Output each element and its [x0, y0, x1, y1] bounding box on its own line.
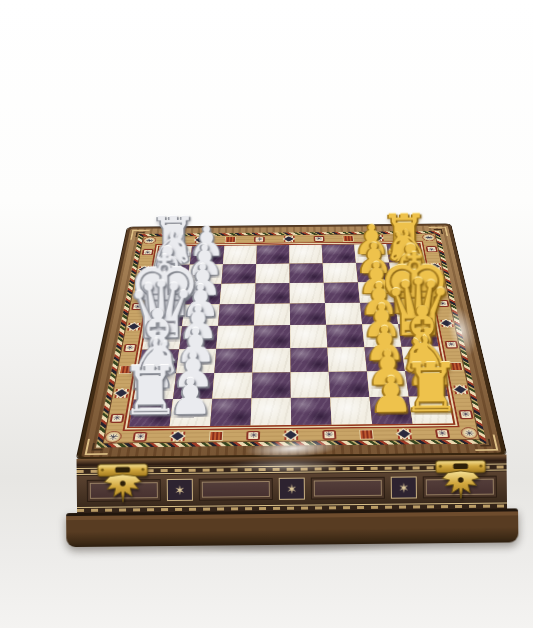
diamond-tile	[440, 320, 454, 328]
checkerboard: ♜♟♟♜♞♟♟♞♝♟♟♝♚♟♟♚♛♟♟♛♝♟♟♝♞♟♟♞♜♟♟♜	[129, 244, 453, 427]
square-g5[interactable]	[289, 263, 323, 283]
square-d5[interactable]	[290, 325, 327, 348]
diamond-tile	[171, 431, 186, 441]
glare-highlight	[227, 457, 347, 474]
rosette-corner-tile: ✳	[422, 234, 436, 241]
star-inlay-tile: ✶	[279, 478, 305, 500]
redwood-tile	[224, 237, 235, 243]
diamond-tile	[195, 237, 206, 243]
rosette-corner-tile: ✳	[460, 427, 479, 439]
square-a5[interactable]	[291, 397, 332, 425]
piece-black-pawn[interactable]: ♟	[357, 365, 424, 415]
redwood-tile	[134, 284, 147, 291]
rosette-tile: ✳	[165, 237, 177, 243]
redwood-tile	[209, 431, 223, 441]
brass-latch-right	[433, 458, 489, 505]
square-c5[interactable]	[290, 348, 328, 373]
rosette-tile: ✳	[246, 430, 260, 440]
square-f5[interactable]	[290, 283, 325, 304]
photo-background: ✳✳✳✳ ✳✳✳✳ ✳✳✳✳ ✳✳✳✳ ✳ ✳ ✳ ✳ ♜♟♟♜♞♟♟♞♝♟♟♝…	[0, 0, 533, 628]
board-top: ✳✳✳✳ ✳✳✳✳ ✳✳✳✳ ✳✳✳✳ ✳ ✳ ✳ ✳ ♜♟♟♜♞♟♟♞♝♟♟♝…	[77, 224, 507, 460]
square-b5[interactable]	[291, 372, 331, 398]
rosette-tile: ✳	[131, 303, 144, 310]
redwood-tile	[118, 366, 132, 374]
redwood-tile	[448, 362, 462, 370]
rosette-tile: ✳	[425, 246, 437, 252]
diamond-tile	[453, 385, 468, 394]
rosette-tile: ✳	[133, 432, 148, 442]
diamond-tile	[397, 429, 412, 439]
rosette-tile: ✳	[434, 429, 449, 439]
diamond-tile	[114, 389, 129, 398]
inlay-panel	[199, 478, 273, 501]
square-h5[interactable]	[289, 245, 322, 264]
star-inlay-tile: ✶	[167, 479, 193, 501]
redwood-tile	[359, 429, 374, 439]
star-inlay-tile: ✶	[391, 476, 417, 498]
square-b4[interactable]	[252, 372, 291, 398]
rosette-tile: ✳	[141, 249, 153, 255]
rosette-tile: ✳	[402, 235, 414, 241]
square-e4[interactable]	[254, 303, 290, 325]
diamond-tile	[127, 323, 140, 331]
rosette-tile: ✳	[444, 340, 458, 348]
rosette-tile: ✳	[254, 236, 265, 242]
diamond-tile	[429, 263, 441, 269]
rosette-tile: ✳	[436, 300, 449, 307]
rosette-tile: ✳	[313, 236, 324, 242]
rosette-tile: ✳	[123, 344, 137, 352]
board-scene: ✳✳✳✳ ✳✳✳✳ ✳✳✳✳ ✳✳✳✳ ✳ ✳ ✳ ✳ ♜♟♟♜♞♟♟♞♝♟♟♝…	[72, 26, 506, 460]
square-d4[interactable]	[253, 325, 290, 348]
square-a4[interactable]	[251, 398, 292, 426]
brass-latch-left	[95, 461, 151, 508]
redwood-tile	[432, 281, 445, 288]
diamond-tile	[284, 430, 298, 440]
rosette-tile: ✳	[109, 413, 124, 422]
inlay-panel	[311, 477, 385, 500]
diamond-tile	[138, 266, 150, 273]
diamond-tile	[284, 236, 295, 242]
diamond-tile	[372, 235, 384, 241]
square-e5[interactable]	[290, 303, 326, 325]
square-g4[interactable]	[256, 264, 290, 284]
chess-box: ✳✳✳✳ ✳✳✳✳ ✳✳✳✳ ✳✳✳✳ ✳ ✳ ✳ ✳ ♜♟♟♜♞♟♟♞♝♟♟♝…	[0, 0, 533, 628]
box-front-panel: ✶ ✶ ✶	[77, 454, 508, 514]
redwood-tile	[343, 235, 354, 241]
box-base	[66, 508, 518, 547]
rosette-tile: ✳	[322, 430, 336, 440]
rosette-tile: ✳	[458, 410, 473, 419]
